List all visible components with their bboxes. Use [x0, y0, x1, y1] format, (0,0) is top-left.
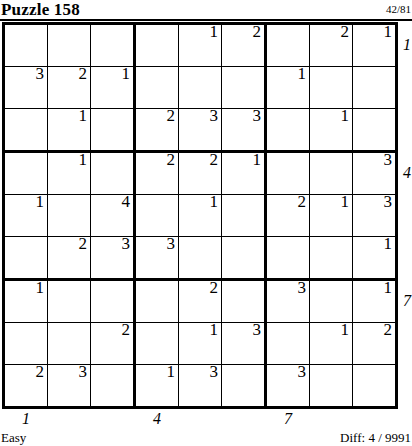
grid-cell[interactable]: 3	[353, 153, 395, 195]
puzzle-title: Puzzle 158	[1, 0, 80, 20]
clue-number: 3	[79, 363, 88, 380]
title-underline	[0, 19, 412, 21]
grid-cell[interactable]	[267, 237, 310, 281]
grid-cell[interactable]: 1	[353, 237, 395, 281]
grid-cell[interactable]: 2	[222, 25, 267, 67]
grid-cell[interactable]: 3	[222, 109, 267, 153]
grid-cell[interactable]: 2	[136, 109, 179, 153]
clue-number: 1	[167, 363, 176, 380]
clue-number: 1	[36, 193, 45, 210]
grid-cell[interactable]: 2	[179, 281, 222, 323]
grid-cell[interactable]	[310, 281, 353, 323]
clue-count: 42/81	[386, 3, 411, 15]
grid-cell[interactable]	[136, 25, 179, 67]
grid-cell[interactable]	[222, 365, 267, 406]
grid-cell[interactable]: 1	[267, 67, 310, 109]
grid-cell[interactable]	[91, 365, 136, 406]
grid-cell[interactable]	[310, 365, 353, 406]
grid-cell[interactable]	[353, 365, 395, 406]
grid-cell[interactable]	[179, 237, 222, 281]
grid-cell[interactable]: 2	[48, 67, 91, 109]
grid-cell[interactable]: 1	[179, 323, 222, 365]
grid-cell[interactable]: 2	[353, 323, 395, 365]
grid-cell[interactable]: 3	[48, 365, 91, 406]
clue-number: 3	[167, 235, 176, 252]
clue-number: 1	[341, 107, 350, 124]
grid-cell[interactable]: 2	[267, 195, 310, 237]
grid-cell[interactable]: 1	[179, 25, 222, 67]
grid-cell[interactable]	[48, 25, 91, 67]
clue-number: 4	[122, 193, 131, 210]
grid-cell[interactable]: 1	[310, 109, 353, 153]
grid-cell[interactable]	[5, 153, 48, 195]
grid-cell[interactable]: 1	[222, 153, 267, 195]
clue-number: 2	[167, 151, 176, 168]
grid-cell[interactable]	[267, 323, 310, 365]
grid-cell[interactable]	[136, 281, 179, 323]
grid-cell[interactable]	[5, 323, 48, 365]
grid-cell[interactable]	[310, 153, 353, 195]
grid-cell[interactable]: 1	[48, 153, 91, 195]
grid-cell[interactable]	[353, 67, 395, 109]
clue-number: 1	[253, 151, 262, 168]
grid-cell[interactable]	[267, 109, 310, 153]
grid-cell[interactable]: 3	[222, 323, 267, 365]
grid-cell[interactable]: 2	[5, 365, 48, 406]
clue-number: 3	[298, 279, 307, 296]
clue-number: 2	[384, 321, 393, 338]
grid-cell[interactable]: 1	[310, 195, 353, 237]
clue-number: 2	[36, 363, 45, 380]
clue-number: 3	[36, 65, 45, 82]
difficulty-label: Easy	[1, 430, 26, 446]
clue-number: 2	[210, 279, 219, 296]
puzzle-page: Puzzle 158 42/81 12213211123311221314121…	[0, 0, 412, 446]
grid-cell[interactable]: 2	[91, 323, 136, 365]
difficulty-stat: Diff: 4 / 9991	[340, 430, 411, 446]
row-label-4: 4	[403, 165, 412, 181]
grid-cell[interactable]: 1	[353, 281, 395, 323]
grid-cell[interactable]: 1	[136, 365, 179, 406]
grid-cell[interactable]: 2	[48, 237, 91, 281]
grid-cell[interactable]	[222, 237, 267, 281]
clue-number: 3	[210, 107, 219, 124]
clue-number: 3	[384, 151, 393, 168]
grid-cell[interactable]	[5, 237, 48, 281]
row-label-1: 1	[403, 37, 412, 53]
clue-number: 3	[122, 235, 131, 252]
grid-cell[interactable]	[48, 323, 91, 365]
clue-number: 2	[210, 151, 219, 168]
clue-number: 1	[79, 107, 88, 124]
clue-number: 1	[36, 279, 45, 296]
shikaku-grid: 1221321112331122131412132331123121312231…	[2, 22, 398, 409]
clue-number: 1	[384, 23, 393, 40]
grid-cell[interactable]	[267, 25, 310, 67]
grid-cell[interactable]: 1	[48, 109, 91, 153]
grid-cell[interactable]: 3	[91, 237, 136, 281]
clue-number: 1	[122, 65, 131, 82]
clue-number: 1	[341, 193, 350, 210]
grid-cell[interactable]	[222, 67, 267, 109]
clue-number: 2	[167, 107, 176, 124]
grid-cell[interactable]: 4	[91, 195, 136, 237]
col-label-4: 4	[147, 411, 167, 427]
grid-cell[interactable]: 2	[179, 153, 222, 195]
grid-cell[interactable]	[91, 281, 136, 323]
grid-cell[interactable]	[48, 281, 91, 323]
grid-cell[interactable]: 3	[267, 365, 310, 406]
grid-cell[interactable]: 3	[5, 67, 48, 109]
clue-number: 2	[79, 65, 88, 82]
grid-cell[interactable]: 3	[179, 109, 222, 153]
grid-cell[interactable]: 1	[5, 281, 48, 323]
clue-number: 1	[341, 321, 350, 338]
clue-number: 3	[298, 363, 307, 380]
grid-cell[interactable]	[310, 237, 353, 281]
grid-cell[interactable]	[91, 109, 136, 153]
clue-number: 2	[253, 23, 262, 40]
grid-cell[interactable]	[267, 153, 310, 195]
grid-cell[interactable]: 1	[5, 195, 48, 237]
grid-cell[interactable]: 3	[267, 281, 310, 323]
clue-number: 2	[341, 23, 350, 40]
clue-number: 1	[210, 321, 219, 338]
clue-number: 1	[210, 193, 219, 210]
clue-number: 1	[384, 235, 393, 252]
clue-number: 1	[210, 23, 219, 40]
clue-number: 2	[122, 321, 131, 338]
grid-cell[interactable]	[310, 67, 353, 109]
grid-cell[interactable]: 1	[179, 195, 222, 237]
grid-cell[interactable]: 2	[310, 25, 353, 67]
grid-cell[interactable]: 2	[136, 153, 179, 195]
clue-number: 1	[79, 151, 88, 168]
clue-number: 3	[253, 107, 262, 124]
grid-cell[interactable]	[91, 153, 136, 195]
grid-cell[interactable]	[5, 25, 48, 67]
grid-cell[interactable]	[136, 67, 179, 109]
grid-cell[interactable]: 3	[136, 237, 179, 281]
grid-cell[interactable]	[179, 67, 222, 109]
clue-number: 2	[79, 235, 88, 252]
grid-cell[interactable]: 1	[91, 67, 136, 109]
grid-cell[interactable]	[222, 281, 267, 323]
grid-cell[interactable]: 1	[310, 323, 353, 365]
grid-cell[interactable]	[91, 25, 136, 67]
grid-cell[interactable]	[136, 195, 179, 237]
clue-number: 1	[298, 65, 307, 82]
grid-cell[interactable]: 3	[353, 195, 395, 237]
clue-number: 3	[253, 321, 262, 338]
grid-cell[interactable]	[222, 195, 267, 237]
col-label-7: 7	[278, 411, 298, 427]
clue-number: 1	[384, 279, 393, 296]
col-label-1: 1	[16, 411, 36, 427]
clue-number: 3	[210, 363, 219, 380]
clue-number: 3	[384, 193, 393, 210]
clue-number: 2	[298, 193, 307, 210]
grid-cell[interactable]	[5, 109, 48, 153]
grid-cell[interactable]: 3	[179, 365, 222, 406]
grid-cell[interactable]	[136, 323, 179, 365]
grid-cell[interactable]	[48, 195, 91, 237]
grid-cell[interactable]	[353, 109, 395, 153]
grid-cell[interactable]: 1	[353, 25, 395, 67]
row-label-7: 7	[403, 293, 412, 309]
